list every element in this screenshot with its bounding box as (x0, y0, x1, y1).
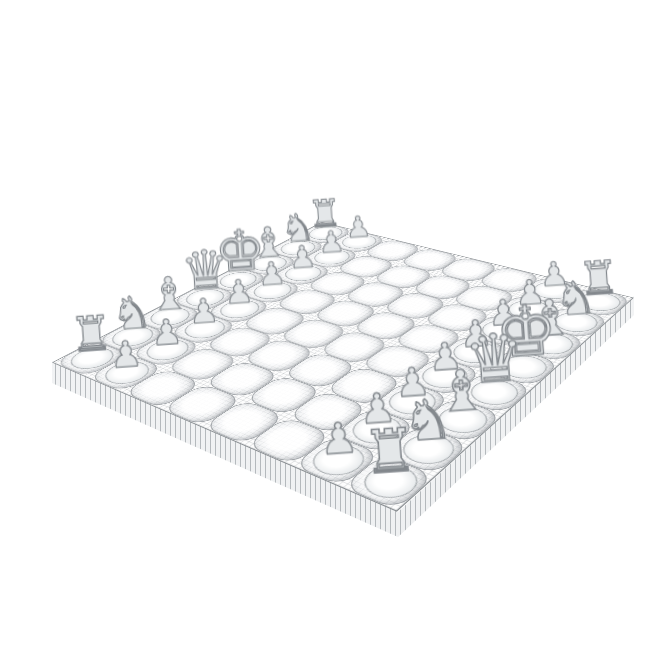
chess-board: ♜♞♝♛♚♝♞♜♟♟♟♟♟♟♟♟♟♟♟♟♟♟♟♟♜♞♝♛♚♝♞♜ (52, 222, 634, 512)
board-scene: ♜♞♝♛♚♝♞♜♟♟♟♟♟♟♟♟♟♟♟♟♟♟♟♟♜♞♝♛♚♝♞♜ (0, 0, 670, 670)
piece-black-rook-a8[interactable]: ♜ (356, 419, 424, 483)
wireframe-chess-render: ♜♞♝♛♚♝♞♜♟♟♟♟♟♟♟♟♟♟♟♟♟♟♟♟♜♞♝♛♚♝♞♜ (0, 0, 670, 670)
piece-white-pawn-a2[interactable]: ♟ (99, 334, 154, 373)
